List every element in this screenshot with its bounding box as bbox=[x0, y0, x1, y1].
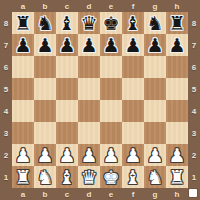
square-e2[interactable]: ♟ bbox=[100, 144, 122, 166]
piece-black-rook[interactable]: ♜ bbox=[166, 12, 188, 34]
square-e6[interactable] bbox=[100, 56, 122, 78]
square-d7[interactable]: ♟ bbox=[78, 34, 100, 56]
piece-white-knight[interactable]: ♞ bbox=[34, 166, 56, 188]
square-e8[interactable]: ♚ bbox=[100, 12, 122, 34]
square-g8[interactable]: ♞ bbox=[144, 12, 166, 34]
piece-white-rook[interactable]: ♜ bbox=[166, 166, 188, 188]
square-c2[interactable]: ♟ bbox=[56, 144, 78, 166]
square-b1[interactable]: ♞ bbox=[34, 166, 56, 188]
file-label-f-top: f bbox=[122, 0, 144, 12]
rank-label-2-right: 2 bbox=[188, 144, 200, 166]
square-h5[interactable] bbox=[166, 78, 188, 100]
square-f3[interactable] bbox=[122, 122, 144, 144]
file-label-g-bottom: g bbox=[144, 188, 166, 200]
piece-white-pawn[interactable]: ♟ bbox=[166, 144, 188, 166]
piece-white-bishop[interactable]: ♝ bbox=[56, 166, 78, 188]
square-h1[interactable]: ♜ bbox=[166, 166, 188, 188]
square-b6[interactable] bbox=[34, 56, 56, 78]
square-h4[interactable] bbox=[166, 100, 188, 122]
square-c5[interactable] bbox=[56, 78, 78, 100]
rank-label-1-left: 1 bbox=[0, 166, 12, 188]
piece-black-queen[interactable]: ♛ bbox=[78, 12, 100, 34]
square-g3[interactable] bbox=[144, 122, 166, 144]
square-g4[interactable] bbox=[144, 100, 166, 122]
square-a3[interactable] bbox=[12, 122, 34, 144]
square-c7[interactable]: ♟ bbox=[56, 34, 78, 56]
file-label-d-top: d bbox=[78, 0, 100, 12]
piece-black-knight[interactable]: ♞ bbox=[34, 12, 56, 34]
square-a5[interactable] bbox=[12, 78, 34, 100]
piece-black-knight[interactable]: ♞ bbox=[144, 12, 166, 34]
square-d2[interactable]: ♟ bbox=[78, 144, 100, 166]
piece-white-rook[interactable]: ♜ bbox=[12, 166, 34, 188]
square-b3[interactable] bbox=[34, 122, 56, 144]
square-c8[interactable]: ♝ bbox=[56, 12, 78, 34]
board[interactable]: ♜♞♝♛♚♝♞♜♟♟♟♟♟♟♟♟♟♟♟♟♟♟♟♟♜♞♝♛♚♝♞♜ bbox=[12, 12, 188, 188]
rank-label-7-left: 7 bbox=[0, 34, 12, 56]
rank-label-3-right: 3 bbox=[188, 122, 200, 144]
piece-white-queen[interactable]: ♛ bbox=[78, 166, 100, 188]
square-h8[interactable]: ♜ bbox=[166, 12, 188, 34]
file-label-h-top: h bbox=[166, 0, 188, 12]
square-h7[interactable]: ♟ bbox=[166, 34, 188, 56]
square-g7[interactable]: ♟ bbox=[144, 34, 166, 56]
square-f7[interactable]: ♟ bbox=[122, 34, 144, 56]
square-h6[interactable] bbox=[166, 56, 188, 78]
piece-black-pawn[interactable]: ♟ bbox=[122, 34, 144, 56]
square-f4[interactable] bbox=[122, 100, 144, 122]
square-e3[interactable] bbox=[100, 122, 122, 144]
piece-black-pawn[interactable]: ♟ bbox=[78, 34, 100, 56]
square-h3[interactable] bbox=[166, 122, 188, 144]
file-label-b-bottom: b bbox=[34, 188, 56, 200]
square-g2[interactable]: ♟ bbox=[144, 144, 166, 166]
rank-label-5-left: 5 bbox=[0, 78, 12, 100]
square-c3[interactable] bbox=[56, 122, 78, 144]
rank-label-1-right: 1 bbox=[188, 166, 200, 188]
piece-black-rook[interactable]: ♜ bbox=[12, 12, 34, 34]
rank-label-6-left: 6 bbox=[0, 56, 12, 78]
square-a2[interactable]: ♟ bbox=[12, 144, 34, 166]
square-f5[interactable] bbox=[122, 78, 144, 100]
file-label-h-bottom: h bbox=[166, 188, 188, 200]
piece-black-pawn[interactable]: ♟ bbox=[100, 34, 122, 56]
file-label-g-top: g bbox=[144, 0, 166, 12]
square-b5[interactable] bbox=[34, 78, 56, 100]
piece-black-king[interactable]: ♚ bbox=[100, 12, 122, 34]
rank-label-6-right: 6 bbox=[188, 56, 200, 78]
square-e5[interactable] bbox=[100, 78, 122, 100]
square-d1[interactable]: ♛ bbox=[78, 166, 100, 188]
square-g6[interactable] bbox=[144, 56, 166, 78]
piece-black-pawn[interactable]: ♟ bbox=[34, 34, 56, 56]
file-label-a-bottom: a bbox=[12, 188, 34, 200]
file-label-d-bottom: d bbox=[78, 188, 100, 200]
rank-label-8-right: 8 bbox=[188, 12, 200, 34]
piece-white-bishop[interactable]: ♝ bbox=[122, 166, 144, 188]
file-label-c-top: c bbox=[56, 0, 78, 12]
rank-label-2-left: 2 bbox=[0, 144, 12, 166]
file-labels-bottom: abcdefgh bbox=[12, 188, 188, 200]
piece-white-pawn[interactable]: ♟ bbox=[78, 144, 100, 166]
square-b2[interactable]: ♟ bbox=[34, 144, 56, 166]
rank-label-8-left: 8 bbox=[0, 12, 12, 34]
piece-black-pawn[interactable]: ♟ bbox=[144, 34, 166, 56]
square-e1[interactable]: ♚ bbox=[100, 166, 122, 188]
rank-label-4-left: 4 bbox=[0, 100, 12, 122]
rank-label-4-right: 4 bbox=[188, 100, 200, 122]
square-d6[interactable] bbox=[78, 56, 100, 78]
piece-white-pawn[interactable]: ♟ bbox=[100, 144, 122, 166]
piece-black-pawn[interactable]: ♟ bbox=[12, 34, 34, 56]
file-label-e-top: e bbox=[100, 0, 122, 12]
piece-white-king[interactable]: ♚ bbox=[100, 166, 122, 188]
square-f8[interactable]: ♝ bbox=[122, 12, 144, 34]
square-e7[interactable]: ♟ bbox=[100, 34, 122, 56]
rank-labels-right: 87654321 bbox=[188, 12, 200, 188]
piece-white-pawn[interactable]: ♟ bbox=[122, 144, 144, 166]
square-d5[interactable] bbox=[78, 78, 100, 100]
piece-black-pawn[interactable]: ♟ bbox=[166, 34, 188, 56]
file-label-c-bottom: c bbox=[56, 188, 78, 200]
piece-white-pawn[interactable]: ♟ bbox=[144, 144, 166, 166]
piece-white-pawn[interactable]: ♟ bbox=[12, 144, 34, 166]
chess-diagram: abcdefgh 87654321 ♜♞♝♛♚♝♞♜♟♟♟♟♟♟♟♟♟♟♟♟♟♟… bbox=[0, 0, 200, 200]
square-g1[interactable]: ♞ bbox=[144, 166, 166, 188]
rank-label-5-right: 5 bbox=[188, 78, 200, 100]
square-d3[interactable] bbox=[78, 122, 100, 144]
square-f6[interactable] bbox=[122, 56, 144, 78]
square-f1[interactable]: ♝ bbox=[122, 166, 144, 188]
square-d8[interactable]: ♛ bbox=[78, 12, 100, 34]
square-b4[interactable] bbox=[34, 100, 56, 122]
file-labels-top: abcdefgh bbox=[12, 0, 188, 12]
square-b7[interactable]: ♟ bbox=[34, 34, 56, 56]
piece-black-bishop[interactable]: ♝ bbox=[56, 12, 78, 34]
square-b8[interactable]: ♞ bbox=[34, 12, 56, 34]
square-f2[interactable]: ♟ bbox=[122, 144, 144, 166]
square-e4[interactable] bbox=[100, 100, 122, 122]
square-a7[interactable]: ♟ bbox=[12, 34, 34, 56]
piece-white-pawn[interactable]: ♟ bbox=[34, 144, 56, 166]
square-a8[interactable]: ♜ bbox=[12, 12, 34, 34]
rank-labels-left: 87654321 bbox=[0, 12, 12, 188]
file-label-e-bottom: e bbox=[100, 188, 122, 200]
square-c6[interactable] bbox=[56, 56, 78, 78]
square-g5[interactable] bbox=[144, 78, 166, 100]
white-to-move-indicator bbox=[189, 189, 197, 197]
file-label-a-top: a bbox=[12, 0, 34, 12]
file-label-f-bottom: f bbox=[122, 188, 144, 200]
square-d4[interactable] bbox=[78, 100, 100, 122]
square-a6[interactable] bbox=[12, 56, 34, 78]
square-c1[interactable]: ♝ bbox=[56, 166, 78, 188]
rank-label-3-left: 3 bbox=[0, 122, 12, 144]
file-label-b-top: b bbox=[34, 0, 56, 12]
square-a4[interactable] bbox=[12, 100, 34, 122]
square-c4[interactable] bbox=[56, 100, 78, 122]
piece-black-pawn[interactable]: ♟ bbox=[56, 34, 78, 56]
piece-white-knight[interactable]: ♞ bbox=[144, 166, 166, 188]
square-a1[interactable]: ♜ bbox=[12, 166, 34, 188]
piece-black-bishop[interactable]: ♝ bbox=[122, 12, 144, 34]
piece-white-pawn[interactable]: ♟ bbox=[56, 144, 78, 166]
square-h2[interactable]: ♟ bbox=[166, 144, 188, 166]
rank-label-7-right: 7 bbox=[188, 34, 200, 56]
